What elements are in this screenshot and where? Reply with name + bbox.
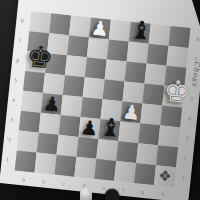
file-label-c: c — [62, 180, 65, 186]
square-e7[interactable] — [107, 40, 129, 62]
board-brand-text: Chess — [190, 60, 200, 87]
square-b1[interactable] — [35, 153, 57, 175]
piece-white-king-h5[interactable]: ♚ — [162, 86, 184, 108]
square-h8[interactable] — [169, 26, 191, 48]
file-label-a: a — [22, 176, 26, 182]
square-b8[interactable] — [49, 13, 71, 35]
square-d5[interactable] — [83, 77, 105, 99]
square-a3[interactable] — [19, 111, 41, 133]
captured-black-piece — [105, 189, 119, 200]
rank-label-right-2: 2 — [183, 155, 187, 161]
rank-label-right-8: 8 — [196, 36, 200, 42]
square-c5[interactable] — [63, 75, 85, 97]
file-label-f: f — [122, 187, 124, 193]
rank-label-right-4: 4 — [188, 115, 192, 121]
square-e6[interactable] — [105, 59, 127, 81]
board-emblem-icon: ❖ — [154, 165, 176, 187]
white-pawn-glyph: ♟ — [120, 101, 142, 123]
square-f6[interactable] — [125, 62, 147, 84]
square-h7[interactable] — [166, 46, 188, 68]
rank-label-left-5: 5 — [14, 77, 18, 83]
white-pawn-glyph: ♟ — [89, 18, 111, 40]
chessboard-photo-scene: ❖ ♟♝♚♚♟♟♟♝ abcdefgh 87654321 87654321 Ch… — [0, 0, 200, 200]
square-h1[interactable]: ❖ — [154, 165, 176, 187]
piece-white-pawn-d8[interactable]: ♟ — [89, 18, 111, 40]
square-a2[interactable] — [17, 131, 39, 153]
square-g2[interactable] — [136, 143, 158, 165]
square-h3[interactable] — [158, 125, 180, 147]
black-pawn-glyph: ♟ — [78, 117, 100, 139]
rank-label-left-3: 3 — [10, 117, 14, 123]
rank-label-right-3: 3 — [185, 135, 189, 141]
black-bishop-glyph: ♝ — [98, 114, 121, 141]
rank-label-left-8: 8 — [20, 17, 24, 23]
piece-black-bishop-f8[interactable]: ♝ — [129, 22, 151, 44]
square-c6[interactable] — [65, 55, 87, 77]
chess-board: ❖ ♟♝♚♚♟♟♟♝ abcdefgh 87654321 87654321 Ch… — [0, 0, 200, 200]
square-d6[interactable] — [85, 57, 107, 79]
square-c2[interactable] — [57, 135, 79, 157]
square-e1[interactable] — [94, 159, 116, 181]
rank-label-right-1: 1 — [181, 175, 185, 181]
file-label-h: h — [161, 191, 165, 197]
black-pawn-glyph: ♟ — [41, 93, 63, 115]
square-c1[interactable] — [54, 155, 76, 177]
rank-label-right-5: 5 — [190, 95, 194, 101]
square-a1[interactable] — [15, 151, 37, 173]
black-bishop-glyph: ♝ — [129, 17, 152, 44]
captured-white-piece — [80, 187, 92, 200]
rank-label-left-4: 4 — [12, 97, 16, 103]
piece-black-pawn-d3[interactable]: ♟ — [78, 117, 100, 139]
square-c3[interactable] — [59, 115, 81, 137]
piece-black-bishop-e3[interactable]: ♝ — [98, 119, 120, 141]
white-king-glyph: ♚ — [162, 76, 185, 108]
rank-label-left-7: 7 — [18, 37, 22, 43]
square-b2[interactable] — [37, 133, 59, 155]
black-king-glyph: ♚ — [25, 41, 48, 73]
piece-black-pawn-b4[interactable]: ♟ — [41, 93, 63, 115]
square-g7[interactable] — [147, 44, 169, 66]
square-g5[interactable] — [142, 83, 164, 105]
piece-black-king-a6[interactable]: ♚ — [25, 51, 47, 73]
square-c7[interactable] — [67, 35, 89, 57]
square-c4[interactable] — [61, 95, 83, 117]
square-a4[interactable] — [21, 91, 43, 113]
square-e5[interactable] — [103, 79, 125, 101]
square-h2[interactable] — [156, 145, 178, 167]
square-e8[interactable] — [109, 20, 131, 42]
rank-label-left-1: 1 — [5, 156, 9, 162]
piece-white-pawn-f4[interactable]: ♟ — [120, 101, 142, 123]
square-f2[interactable] — [116, 141, 138, 163]
square-c8[interactable] — [69, 15, 91, 37]
rank-label-left-2: 2 — [8, 137, 12, 143]
square-f1[interactable] — [114, 161, 136, 183]
square-d1[interactable] — [74, 157, 96, 179]
file-label-b: b — [42, 178, 46, 184]
square-g4[interactable] — [140, 103, 162, 125]
file-label-g: g — [141, 189, 145, 195]
square-a8[interactable] — [29, 11, 51, 33]
square-g3[interactable] — [138, 123, 160, 145]
file-label-e: e — [102, 185, 106, 191]
rank-label-left-6: 6 — [16, 57, 20, 63]
square-g1[interactable] — [134, 163, 156, 185]
square-g6[interactable] — [144, 64, 166, 86]
